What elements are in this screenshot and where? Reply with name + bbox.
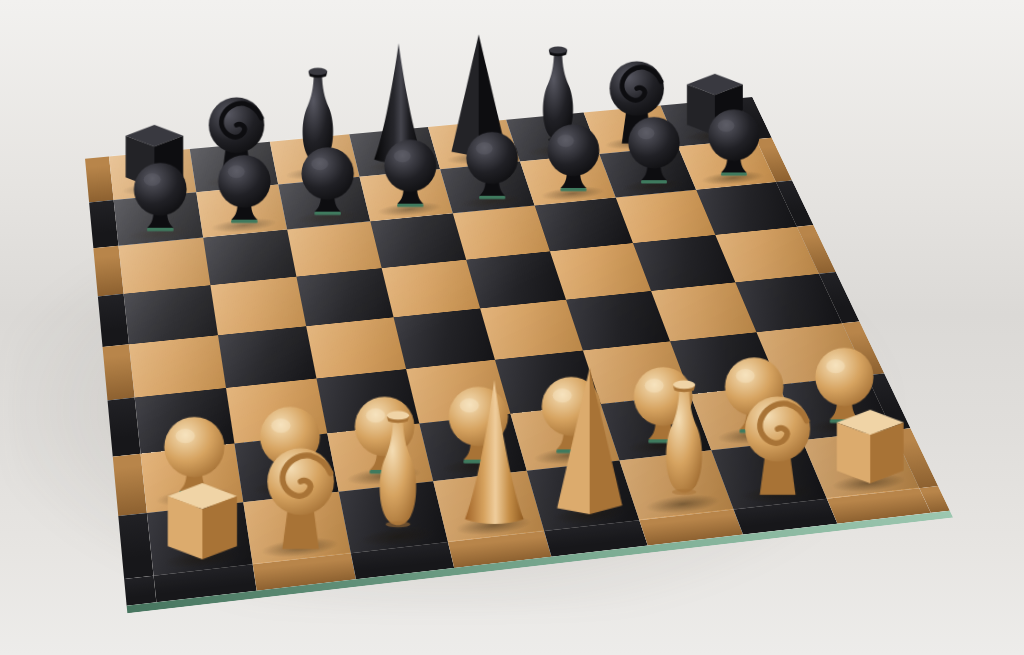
black-pawn-sphere [545,120,601,197]
white-queen-cone [456,377,533,529]
square-b7 [196,184,287,237]
square-c6 [287,221,382,276]
white-rook-cube [159,480,247,563]
square-e6 [453,205,550,259]
square-a1 [147,502,253,575]
white-bishop-flask-bottle [367,407,429,540]
board-left-edge-face [108,398,141,457]
square-d4 [394,308,495,369]
square-c4 [306,317,406,378]
square-e5 [466,251,566,308]
square-b1 [243,492,351,565]
square-e1 [527,461,640,532]
white-knight-spiral-scroll [258,440,343,552]
square-g1 [711,440,827,509]
square-b5 [210,277,306,336]
black-pawn-sphere [706,105,762,181]
black-pawn-sphere [216,150,273,228]
square-f7 [520,154,616,205]
square-a5 [124,285,218,344]
square-e7 [440,162,534,214]
square-d1 [433,471,544,542]
black-pawn-sphere [464,127,520,204]
square-c5 [296,268,393,326]
square-g4 [651,282,756,341]
square-a6 [119,238,211,294]
square-e4 [480,300,583,360]
black-pawn-sphere [626,112,682,188]
square-c7 [278,177,370,230]
white-knight-spiral-scroll [736,388,819,497]
square-d5 [382,260,481,318]
square-c1 [339,481,448,553]
white-rook-cube [828,407,913,487]
square-d7 [360,169,453,221]
white-king-pyramid [548,365,632,519]
black-pawn-sphere [382,135,439,212]
black-pawn-sphere [132,158,189,236]
square-b6 [203,229,296,285]
square-a7 [114,192,204,246]
black-pawn-sphere [299,142,356,220]
square-g5 [633,235,735,291]
square-g7 [599,147,696,198]
square-b4 [218,326,316,388]
square-a4 [129,335,226,397]
square-h7 [678,139,776,189]
board-edge-corner [124,576,156,606]
square-d6 [370,213,466,268]
white-bishop-flask-bottle [654,377,715,508]
studio-scene [0,0,1024,655]
